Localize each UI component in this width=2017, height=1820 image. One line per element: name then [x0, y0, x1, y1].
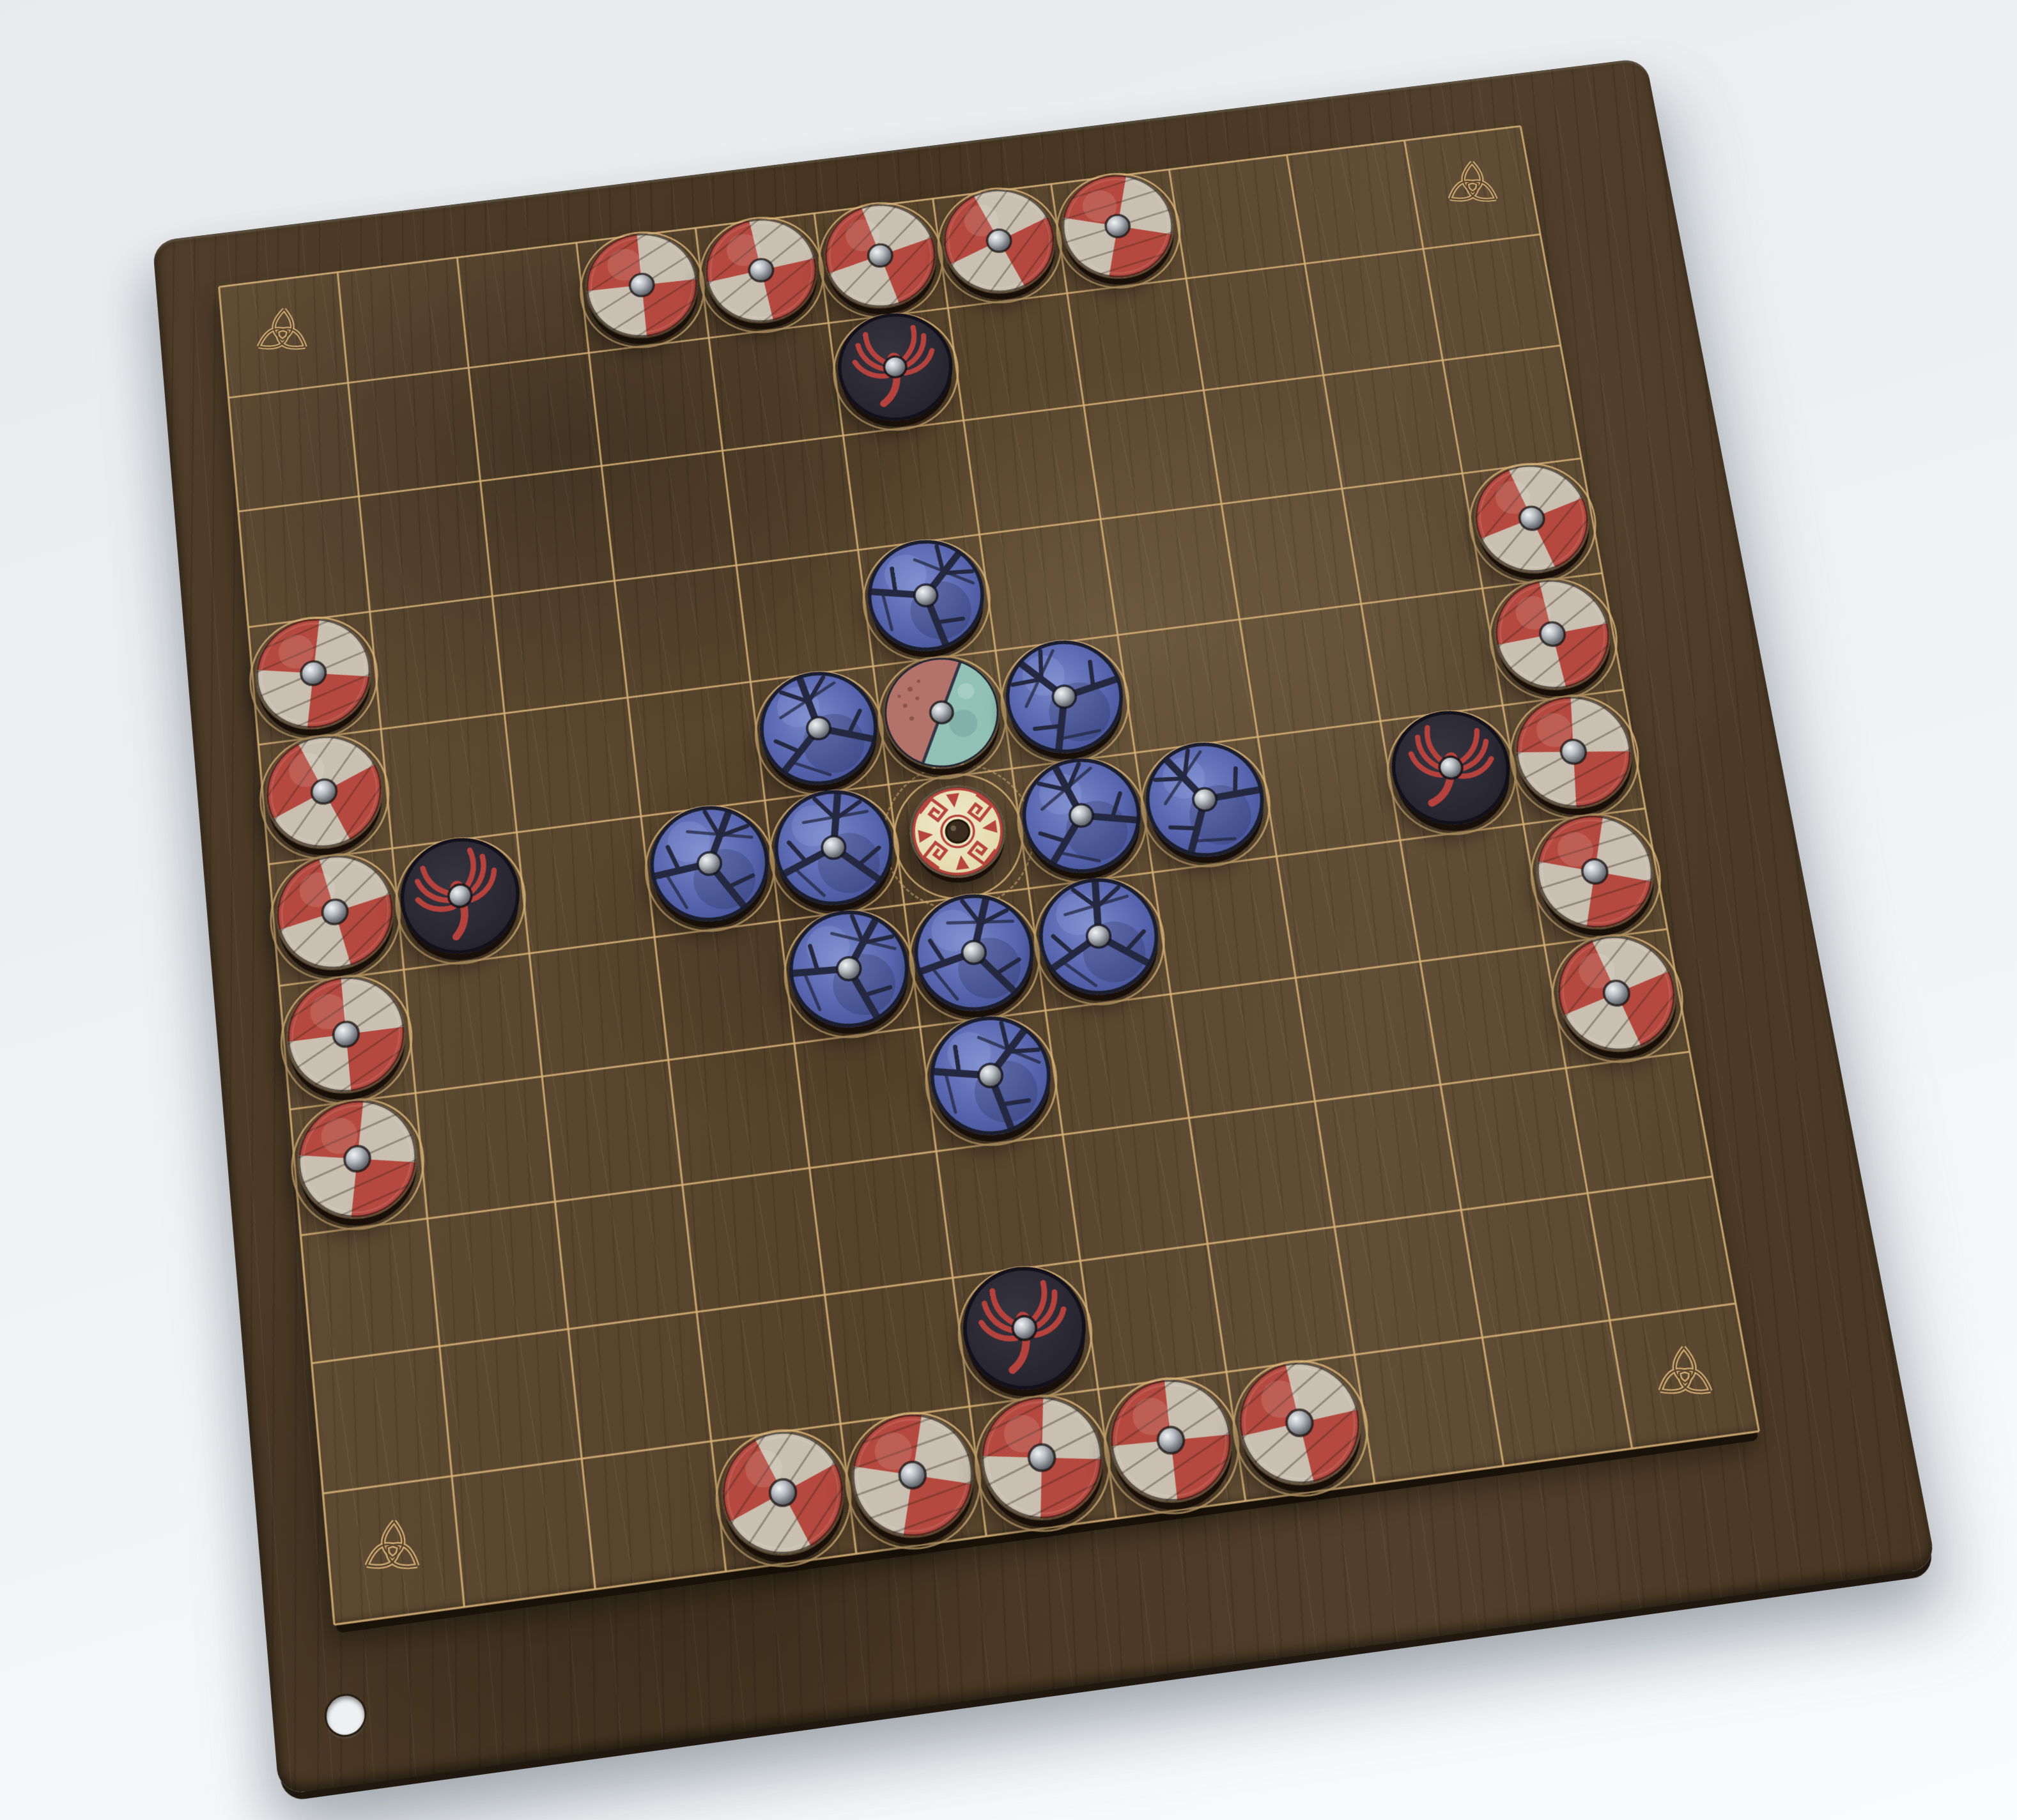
playing-board[interactable] [218, 125, 1761, 1626]
corner-triquetra-k1 [1634, 1327, 1736, 1426]
hanging-hole [323, 1691, 368, 1739]
triquetra-icon [1426, 145, 1519, 229]
corner-triquetra-a1 [345, 1500, 441, 1601]
corner-triquetra-k11 [1426, 145, 1519, 229]
triquetra-icon [1634, 1327, 1736, 1426]
triquetra-icon [345, 1500, 441, 1601]
outer-backing-board [152, 58, 1936, 1795]
corner-triquetra-a11 [239, 291, 327, 377]
triquetra-icon [239, 291, 327, 377]
photo-background: { "game": "Hnefatafl (Viking tafl game)"… [0, 0, 2017, 1820]
board-scene [152, 58, 1936, 1795]
